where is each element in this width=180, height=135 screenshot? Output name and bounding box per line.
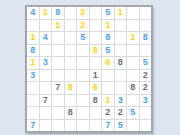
cell-r10c4[interactable] [65, 120, 77, 132]
cell-r5c6[interactable] [90, 57, 102, 69]
cell-r3c3[interactable] [52, 32, 64, 44]
cell-r6c6[interactable]: 1 [90, 70, 102, 82]
cell-r5c8[interactable]: 8 [115, 57, 127, 69]
cell-r8c5[interactable] [77, 95, 89, 107]
cell-r7c6[interactable]: 6 [90, 82, 102, 94]
cell-r4c2[interactable] [40, 45, 52, 57]
cell-r5c5[interactable] [77, 57, 89, 69]
sudoku-board: 4182511211458188851368531278682781338225… [25, 5, 153, 133]
cell-r6c7[interactable] [102, 70, 114, 82]
cell-r1c9[interactable] [127, 7, 139, 19]
cell-r5c10[interactable]: 5 [140, 57, 152, 69]
cell-r6c5[interactable] [77, 70, 89, 82]
cell-r5c7[interactable]: 6 [102, 57, 114, 69]
cell-r4c5[interactable] [77, 45, 89, 57]
cell-r6c3[interactable] [52, 70, 64, 82]
cell-r1c10[interactable] [140, 7, 152, 19]
cell-r8c3[interactable] [52, 95, 64, 107]
cell-r10c8[interactable]: 5 [115, 120, 127, 132]
cell-r8c4[interactable] [65, 95, 77, 107]
cell-r2c10[interactable] [140, 20, 152, 32]
cell-r5c3[interactable] [52, 57, 64, 69]
cell-r10c3[interactable] [52, 120, 64, 132]
cell-r4c1[interactable]: 8 [27, 45, 39, 57]
cell-r9c4[interactable]: 8 [65, 107, 77, 119]
cell-r9c2[interactable] [40, 107, 52, 119]
cell-r8c8[interactable]: 3 [115, 95, 127, 107]
cell-r9c10[interactable] [140, 107, 152, 119]
cell-r8c7[interactable]: 1 [102, 95, 114, 107]
cell-r6c2[interactable] [40, 70, 52, 82]
cell-r3c1[interactable]: 1 [27, 32, 39, 44]
cell-r6c9[interactable] [127, 70, 139, 82]
cell-r2c3[interactable]: 1 [52, 20, 64, 32]
cell-r3c8[interactable] [115, 32, 127, 44]
cell-r8c10[interactable]: 3 [140, 95, 152, 107]
cell-r8c6[interactable]: 8 [90, 95, 102, 107]
cell-r2c7[interactable]: 1 [102, 20, 114, 32]
cell-r1c6[interactable] [90, 7, 102, 19]
cell-r4c9[interactable] [127, 45, 139, 57]
cell-r7c8[interactable] [115, 82, 127, 94]
cell-r8c1[interactable] [27, 95, 39, 107]
cell-r9c5[interactable] [77, 107, 89, 119]
cell-r10c2[interactable] [40, 120, 52, 132]
cell-r4c6[interactable]: 8 [90, 45, 102, 57]
cell-r2c8[interactable] [115, 20, 127, 32]
cell-r5c2[interactable]: 3 [40, 57, 52, 69]
cell-r7c9[interactable]: 8 [127, 82, 139, 94]
cell-r10c6[interactable] [90, 120, 102, 132]
cell-r1c7[interactable]: 5 [102, 7, 114, 19]
cell-r2c5[interactable]: 2 [77, 20, 89, 32]
cell-r6c1[interactable]: 3 [27, 70, 39, 82]
cell-r6c10[interactable]: 2 [140, 70, 152, 82]
cell-r3c9[interactable]: 1 [127, 32, 139, 44]
cell-r2c4[interactable] [65, 20, 77, 32]
cell-r7c2[interactable] [40, 82, 52, 94]
cell-r6c4[interactable] [65, 70, 77, 82]
cell-r2c9[interactable] [127, 20, 139, 32]
cell-r4c10[interactable] [140, 45, 152, 57]
cell-r9c8[interactable]: 2 [115, 107, 127, 119]
cell-r10c10[interactable] [140, 120, 152, 132]
cell-r10c9[interactable] [127, 120, 139, 132]
cell-r7c10[interactable]: 2 [140, 82, 152, 94]
cell-r3c7[interactable]: 8 [102, 32, 114, 44]
cell-r9c1[interactable] [27, 107, 39, 119]
cell-r7c5[interactable] [77, 82, 89, 94]
cell-r1c4[interactable] [65, 7, 77, 19]
cell-r10c7[interactable]: 7 [102, 120, 114, 132]
cell-r8c9[interactable] [127, 95, 139, 107]
cell-r9c7[interactable]: 2 [102, 107, 114, 119]
cell-r5c9[interactable] [127, 57, 139, 69]
cell-r1c8[interactable]: 1 [115, 7, 127, 19]
cell-r10c1[interactable]: 7 [27, 120, 39, 132]
cell-r3c5[interactable]: 5 [77, 32, 89, 44]
cell-r7c3[interactable]: 7 [52, 82, 64, 94]
cell-r8c2[interactable]: 7 [40, 95, 52, 107]
cell-r6c8[interactable] [115, 70, 127, 82]
cell-r4c8[interactable] [115, 45, 127, 57]
cell-r1c2[interactable]: 1 [40, 7, 52, 19]
cell-r1c5[interactable]: 2 [77, 7, 89, 19]
cell-r10c5[interactable] [77, 120, 89, 132]
cell-r2c1[interactable] [27, 20, 39, 32]
cell-r5c1[interactable]: 1 [27, 57, 39, 69]
cell-r1c1[interactable]: 4 [27, 7, 39, 19]
cell-r4c4[interactable] [65, 45, 77, 57]
cell-r7c4[interactable]: 8 [65, 82, 77, 94]
cell-r2c6[interactable] [90, 20, 102, 32]
cell-r3c10[interactable]: 8 [140, 32, 152, 44]
cell-r7c7[interactable] [102, 82, 114, 94]
cell-r9c9[interactable]: 5 [127, 107, 139, 119]
cell-r2c2[interactable] [40, 20, 52, 32]
cell-r4c7[interactable]: 5 [102, 45, 114, 57]
cell-r3c6[interactable] [90, 32, 102, 44]
cell-r9c6[interactable] [90, 107, 102, 119]
cell-r3c2[interactable]: 4 [40, 32, 52, 44]
cell-r1c3[interactable]: 8 [52, 7, 64, 19]
cell-r9c3[interactable] [52, 107, 64, 119]
cell-r5c4[interactable] [65, 57, 77, 69]
cell-r7c1[interactable] [27, 82, 39, 94]
cell-r4c3[interactable] [52, 45, 64, 57]
cell-r3c4[interactable] [65, 32, 77, 44]
